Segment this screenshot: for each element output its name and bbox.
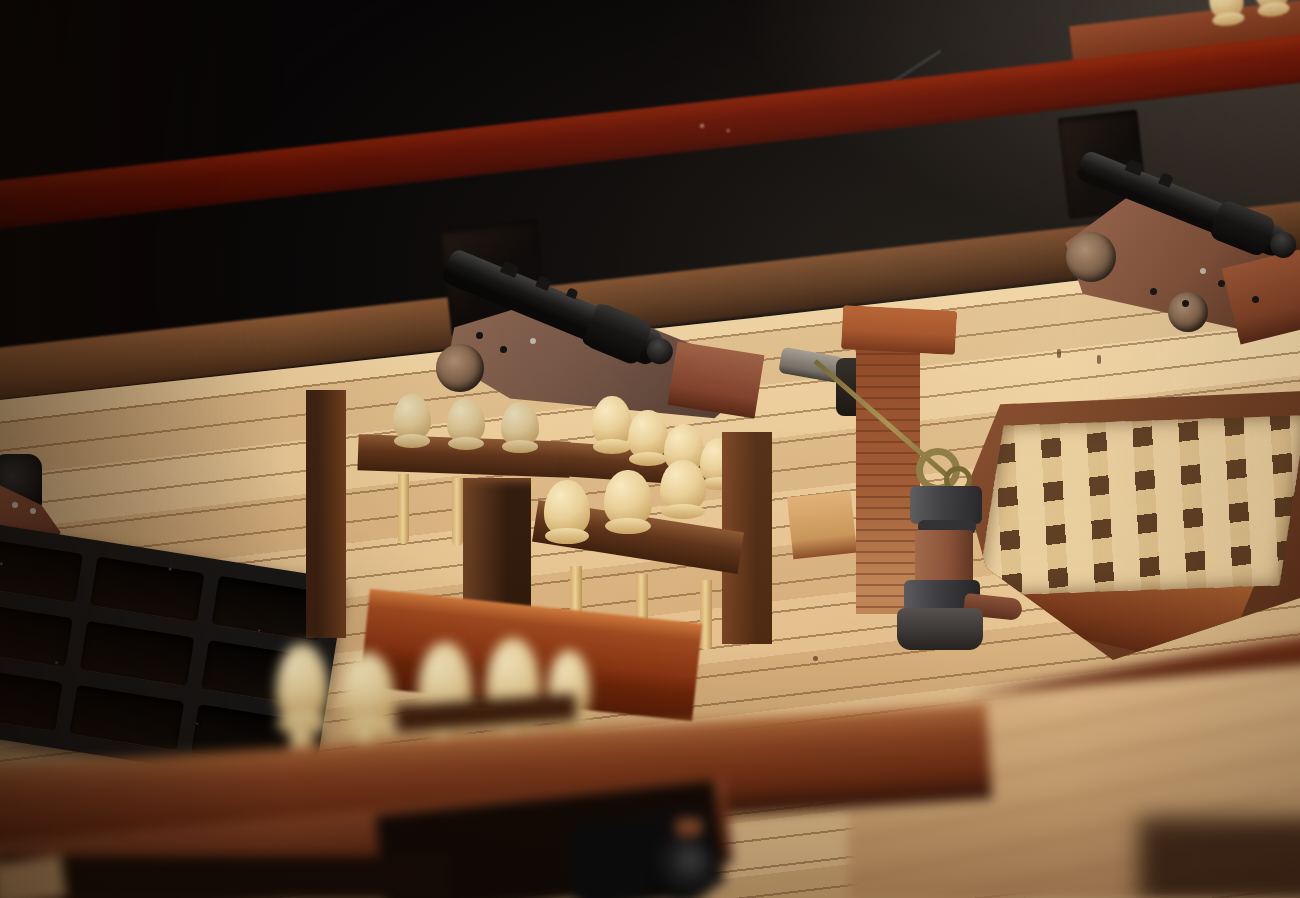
foreground-carriage-hint	[676, 818, 702, 836]
foreground-blur-layer	[0, 0, 1300, 898]
model-ship-photo	[0, 0, 1300, 898]
near-bulwark-rail-band	[826, 598, 1300, 707]
near-bulwark-corner-shadow	[1139, 818, 1300, 898]
foreground-shadow	[0, 856, 450, 898]
deck-glimpse-corner	[0, 855, 67, 898]
foreground-muzzle-bore	[648, 838, 716, 898]
